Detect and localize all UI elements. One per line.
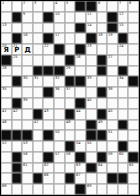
cell-r18c7[interactable]: [65, 184, 76, 195]
cell-r9c2[interactable]: [12, 87, 23, 98]
block-cell-r13c2: [12, 130, 23, 141]
cell-r5c5[interactable]: 22: [43, 44, 54, 55]
cell-r6c6[interactable]: [54, 55, 65, 66]
block-cell-r6c7: [65, 55, 76, 66]
clue-number: 38: [108, 87, 113, 91]
cell-r15c1[interactable]: [1, 152, 12, 163]
cell-r14c10[interactable]: [97, 141, 108, 152]
block-cell-r13c10: [97, 130, 108, 141]
cell-r4c10[interactable]: 18: [97, 33, 108, 44]
cell-r12c13[interactable]: [128, 120, 139, 131]
block-cell-r11c4: [33, 109, 44, 120]
cell-r6c13[interactable]: [128, 55, 139, 66]
cell-r1c4[interactable]: 3: [33, 1, 44, 12]
block-cell-r7c10: [97, 66, 108, 77]
cell-r2c13[interactable]: [128, 12, 139, 23]
block-cell-r17c11: [107, 173, 118, 184]
cell-r10c7[interactable]: [65, 98, 76, 109]
cell-r14c11[interactable]: [107, 141, 118, 152]
clue-number: 25: [13, 55, 18, 59]
cell-r7c13[interactable]: [128, 66, 139, 77]
clue-number: 12: [119, 12, 124, 16]
cell-r16c13[interactable]: 65: [128, 163, 139, 174]
cell-r3c13[interactable]: [128, 23, 139, 34]
cell-r3c2[interactable]: [12, 23, 23, 34]
cell-r7c1[interactable]: 28: [1, 66, 12, 77]
cell-r18c10[interactable]: [97, 184, 108, 195]
cell-r4c3[interactable]: 16: [22, 33, 33, 44]
cell-r4c8[interactable]: [75, 33, 86, 44]
cell-r2c6[interactable]: 10: [54, 12, 65, 23]
block-cell-r2c2: [12, 12, 23, 23]
block-cell-r5c6: [54, 44, 65, 55]
clue-number: 1: [2, 1, 4, 5]
cell-r1c3[interactable]: 2: [22, 1, 33, 12]
block-cell-r3c8: [75, 23, 86, 34]
cell-r1c2[interactable]: [12, 1, 23, 12]
cell-r12c4[interactable]: 47: [33, 120, 44, 131]
clue-number: 62: [44, 163, 49, 167]
clue-number: 48: [66, 120, 71, 124]
block-cell-r11c10: [97, 109, 108, 120]
clue-number: 68: [2, 184, 7, 188]
cell-r4c7[interactable]: [65, 33, 76, 44]
cell-r8c4[interactable]: 31: [33, 76, 44, 87]
cell-r16c6[interactable]: [54, 163, 65, 174]
cell-r17c5[interactable]: 66: [43, 173, 54, 184]
entered-letter: Р: [12, 44, 23, 55]
cell-r9c3[interactable]: [22, 87, 33, 98]
cell-r10c5[interactable]: [43, 98, 54, 109]
block-cell-r1c8: [75, 1, 86, 12]
cell-r8c9[interactable]: 33: [86, 76, 97, 87]
block-cell-r11c7: [65, 109, 76, 120]
clue-number: 29: [66, 66, 71, 70]
clue-number: 63: [76, 163, 81, 167]
cell-r8c10[interactable]: [97, 76, 108, 87]
cell-r15c7[interactable]: 58: [65, 152, 76, 163]
cell-r16c12[interactable]: [118, 163, 129, 174]
clue-number: 16: [23, 33, 28, 37]
cell-r11c8[interactable]: 44: [75, 109, 86, 120]
cell-r5c3[interactable]: Д: [22, 44, 33, 55]
clue-number: 47: [34, 120, 39, 124]
clue-number: 27: [108, 55, 113, 59]
cell-r13c7[interactable]: [65, 130, 76, 141]
block-cell-r17c12: [118, 173, 129, 184]
block-cell-r9c10: [97, 87, 108, 98]
clue-number: 64: [98, 163, 103, 167]
block-cell-r10c2: [12, 98, 23, 109]
clue-number: 32: [55, 76, 60, 80]
clue-number: 23: [87, 44, 92, 48]
cell-r9c11[interactable]: 38: [107, 87, 118, 98]
cell-r17c3[interactable]: [22, 173, 33, 184]
clue-number: 14: [87, 23, 92, 27]
cell-r18c4[interactable]: [33, 184, 44, 195]
cell-r13c4[interactable]: [33, 130, 44, 141]
cell-r12c5[interactable]: [43, 120, 54, 131]
block-cell-r10c8: [75, 98, 86, 109]
cell-r9c7[interactable]: 37: [65, 87, 76, 98]
block-cell-r16c2: [12, 163, 23, 174]
clue-number: 10: [55, 12, 60, 16]
cell-r13c11[interactable]: 51: [107, 130, 118, 141]
cell-r18c9[interactable]: 69: [86, 184, 97, 195]
cell-r7c2[interactable]: [12, 66, 23, 77]
clue-number: 59: [108, 152, 113, 156]
cell-r15c4[interactable]: [33, 152, 44, 163]
cell-r9c4[interactable]: [33, 87, 44, 98]
cell-r18c3[interactable]: [22, 184, 33, 195]
clue-number: 42: [13, 109, 18, 113]
cell-r1c7[interactable]: 5: [65, 1, 76, 12]
clue-number: 31: [34, 76, 39, 80]
block-cell-r14c12: [118, 141, 129, 152]
cell-r15c6[interactable]: 57: [54, 152, 65, 163]
block-cell-r15c13: [128, 152, 139, 163]
clue-number: 35: [2, 87, 7, 91]
cell-r7c7[interactable]: 29: [65, 66, 76, 77]
block-cell-r6c10: [97, 55, 108, 66]
cell-r5c7[interactable]: [65, 44, 76, 55]
cell-r18c5[interactable]: [43, 184, 54, 195]
clue-number: 2: [23, 1, 25, 5]
block-cell-r15c8: [75, 152, 86, 163]
clue-number: 11: [87, 12, 92, 16]
cell-r2c8[interactable]: [75, 12, 86, 23]
cell-r4c11[interactable]: 19: [107, 33, 118, 44]
cell-r2c9[interactable]: 11: [86, 12, 97, 23]
block-cell-r5c8: [75, 44, 86, 55]
cell-r14c13[interactable]: [128, 141, 139, 152]
cell-r16c3[interactable]: 61: [22, 163, 33, 174]
cell-r10c1[interactable]: [1, 98, 12, 109]
cell-r18c12[interactable]: [118, 184, 129, 195]
clue-number: 40: [87, 98, 92, 102]
cell-r18c1[interactable]: 68: [1, 184, 12, 195]
cell-r1c1[interactable]: 1: [1, 1, 12, 12]
clue-number: 46: [2, 120, 7, 124]
clue-number: 69: [87, 184, 92, 188]
cell-r4c13[interactable]: [128, 33, 139, 44]
clue-number: 3: [34, 1, 36, 5]
cell-r14c8[interactable]: 54: [75, 141, 86, 152]
clue-number: 26: [76, 55, 81, 59]
block-cell-r7c5: [43, 66, 54, 77]
clue-number: 60: [119, 152, 124, 156]
cell-r14c6[interactable]: [54, 141, 65, 152]
clue-number: 54: [76, 141, 81, 145]
cell-r2c1[interactable]: [1, 12, 12, 23]
block-cell-r17c4: [33, 173, 44, 184]
cell-r9c9[interactable]: [86, 87, 97, 98]
cell-r12c2[interactable]: [12, 120, 23, 131]
cell-r8c12[interactable]: 34: [118, 76, 129, 87]
clue-number: 56: [23, 152, 28, 156]
cell-r18c11[interactable]: [107, 184, 118, 195]
clue-number: 8: [129, 1, 131, 5]
clue-number: 65: [129, 163, 134, 167]
cell-r11c13[interactable]: [128, 109, 139, 120]
cell-r11c5[interactable]: 43: [43, 109, 54, 120]
cell-r16c7[interactable]: [65, 163, 76, 174]
cell-r10c11[interactable]: [107, 98, 118, 109]
cell-r2c10[interactable]: [97, 12, 108, 23]
cell-r3c7[interactable]: [65, 23, 76, 34]
cell-r1c12[interactable]: 7: [118, 1, 129, 12]
cell-r12c8[interactable]: [75, 120, 86, 131]
block-cell-r15c5: [43, 152, 54, 163]
block-cell-r8c13: [128, 76, 139, 87]
clue-number: 51: [108, 130, 113, 134]
cell-r18c2[interactable]: [12, 184, 23, 195]
cell-r7c8[interactable]: [75, 66, 86, 77]
block-cell-r16c9: [86, 163, 97, 174]
cell-r7c11[interactable]: [107, 66, 118, 77]
cell-r14c9[interactable]: 55: [86, 141, 97, 152]
block-cell-r18c8: [75, 184, 86, 195]
cell-r15c3[interactable]: 56: [22, 152, 33, 163]
cell-r12c10[interactable]: 49: [97, 120, 108, 131]
block-cell-r2c11: [107, 12, 118, 23]
cell-r11c12[interactable]: [118, 109, 129, 120]
cell-r2c7[interactable]: [65, 12, 76, 23]
clue-number: 45: [108, 109, 113, 113]
clue-number: 6: [98, 1, 100, 5]
cell-r15c11[interactable]: 59: [107, 152, 118, 163]
clue-number: 19: [108, 33, 113, 37]
cell-r6c3[interactable]: [22, 55, 33, 66]
clue-number: 4: [55, 1, 57, 5]
clue-number: 30: [23, 76, 28, 80]
block-cell-r15c2: [12, 152, 23, 163]
cell-r13c6[interactable]: 50: [54, 130, 65, 141]
cell-r2c12[interactable]: 12: [118, 12, 129, 23]
cell-r4c6[interactable]: 17: [54, 33, 65, 44]
cell-r1c13[interactable]: 8: [128, 1, 139, 12]
cell-r17c10[interactable]: [97, 173, 108, 184]
clue-number: 58: [66, 152, 71, 156]
clue-number: 43: [44, 109, 49, 113]
cell-r6c5[interactable]: [43, 55, 54, 66]
cell-r6c4[interactable]: [33, 55, 44, 66]
cell-r17c8[interactable]: 67: [75, 173, 86, 184]
block-cell-r12c9: [86, 120, 97, 131]
clue-number: 5: [66, 1, 68, 5]
cell-r3c9[interactable]: 14: [86, 23, 97, 34]
block-cell-r6c1: [1, 55, 12, 66]
cell-r2c3[interactable]: 9: [22, 12, 33, 23]
cell-r16c1[interactable]: [1, 163, 12, 174]
cell-r6c9[interactable]: [86, 55, 97, 66]
cell-r5c2[interactable]: 21Р: [12, 44, 23, 55]
cell-r14c2[interactable]: [12, 141, 23, 152]
block-cell-r8c2: [12, 76, 23, 87]
cell-r14c1[interactable]: 52: [1, 141, 12, 152]
cell-r15c9[interactable]: [86, 152, 97, 163]
cell-r10c10[interactable]: [97, 98, 108, 109]
clue-number: 17: [55, 33, 60, 37]
clue-number: 61: [23, 163, 28, 167]
cell-r3c4[interactable]: [33, 23, 44, 34]
cell-r12c1[interactable]: 46: [1, 120, 12, 131]
cell-r16c10[interactable]: 64: [97, 163, 108, 174]
cell-r5c13[interactable]: [128, 44, 139, 55]
clue-number: 33: [87, 76, 92, 80]
cell-r5c11[interactable]: [107, 44, 118, 55]
clue-number: 28: [2, 66, 7, 70]
cell-r1c11[interactable]: [107, 1, 118, 12]
clue-number: 24: [119, 44, 124, 48]
block-cell-r17c2: [12, 173, 23, 184]
cell-r12c7[interactable]: 48: [65, 120, 76, 131]
clue-number: 9: [23, 12, 25, 16]
cell-r11c9[interactable]: [86, 109, 97, 120]
cell-r10c9[interactable]: 40: [86, 98, 97, 109]
cell-r5c10[interactable]: [97, 44, 108, 55]
clue-number: 53: [23, 141, 28, 145]
cell-r10c3[interactable]: 39: [22, 98, 33, 109]
entered-letter: Д: [22, 44, 33, 55]
cell-r14c4[interactable]: [33, 141, 44, 152]
cell-r6c11[interactable]: 27: [107, 55, 118, 66]
cell-r15c12[interactable]: 60: [118, 152, 129, 163]
cell-r5c1[interactable]: 20Я: [1, 44, 12, 55]
clue-number: 36: [55, 87, 60, 91]
clue-number: 41: [2, 109, 7, 113]
block-cell-r13c5: [43, 130, 54, 141]
cell-r5c4[interactable]: [33, 44, 44, 55]
cell-r18c13[interactable]: [128, 184, 139, 195]
cell-r13c13[interactable]: [128, 130, 139, 141]
cell-r18c6[interactable]: [54, 184, 65, 195]
block-cell-r14c7: [65, 141, 76, 152]
cell-r6c2[interactable]: 25: [12, 55, 23, 66]
cell-r1c6[interactable]: 4: [54, 1, 65, 12]
cell-r2c4[interactable]: [33, 12, 44, 23]
cell-r3c12[interactable]: 15: [118, 23, 129, 34]
clue-number: 50: [55, 130, 60, 134]
clue-number: 37: [66, 87, 71, 91]
cell-r14c3[interactable]: 53: [22, 141, 33, 152]
cell-r11c1[interactable]: 41: [1, 109, 12, 120]
cell-r6c8[interactable]: 26: [75, 55, 86, 66]
block-cell-r8c8: [75, 76, 86, 87]
cell-r1c10[interactable]: 6: [97, 1, 108, 12]
cell-r11c2[interactable]: 42: [12, 109, 23, 120]
clue-number: 57: [55, 152, 60, 156]
cell-r3c5[interactable]: [43, 23, 54, 34]
clue-number: 22: [44, 44, 49, 48]
cell-r8c5[interactable]: [43, 76, 54, 87]
clue-number: 44: [76, 109, 81, 113]
cell-r9c12[interactable]: [118, 87, 129, 98]
cell-r10c4[interactable]: [33, 98, 44, 109]
cell-r1c5[interactable]: [43, 1, 54, 12]
clue-number: 49: [98, 120, 103, 124]
cell-r10c6[interactable]: [54, 98, 65, 109]
clue-number: 52: [2, 141, 7, 145]
clue-number: 13: [2, 23, 7, 27]
cell-r11c11[interactable]: 45: [107, 109, 118, 120]
entered-letter: Я: [1, 44, 12, 55]
cell-r5c9[interactable]: 23: [86, 44, 97, 55]
clue-number: 66: [44, 173, 49, 177]
cell-r3c1[interactable]: 13: [1, 23, 12, 34]
cell-r9c1[interactable]: 35: [1, 87, 12, 98]
cell-r6c12[interactable]: [118, 55, 129, 66]
cell-r13c12[interactable]: [118, 130, 129, 141]
block-cell-r15c10: [97, 152, 108, 163]
cell-r12c3[interactable]: [22, 120, 33, 131]
cell-r16c11[interactable]: [107, 163, 118, 174]
cell-r11c6[interactable]: [54, 109, 65, 120]
cell-r8c3[interactable]: 30: [22, 76, 33, 87]
cell-r5c12[interactable]: 24: [118, 44, 129, 55]
cell-r14c5[interactable]: [43, 141, 54, 152]
cell-r16c4[interactable]: [33, 163, 44, 174]
block-cell-r1c9: [86, 1, 97, 12]
clue-number: 55: [87, 141, 92, 145]
cell-r4c4[interactable]: [33, 33, 44, 44]
block-cell-r2c5: [43, 12, 54, 23]
clue-number: 67: [76, 173, 81, 177]
crossword-grid: 1234567891011121314151617181920Я21РД2223…: [0, 0, 140, 196]
block-cell-r9c5: [43, 87, 54, 98]
cell-r17c13[interactable]: [128, 173, 139, 184]
cell-r11c3[interactable]: [22, 109, 33, 120]
clue-number: 15: [119, 23, 124, 27]
cell-r9c13[interactable]: [128, 87, 139, 98]
clue-number: 18: [98, 33, 103, 37]
clue-number: 39: [23, 98, 28, 102]
clue-number: 7: [119, 1, 121, 5]
cell-r10c12[interactable]: [118, 98, 129, 109]
cell-r9c6[interactable]: 36: [54, 87, 65, 98]
clue-number: 34: [119, 76, 124, 80]
block-cell-r12c12: [118, 120, 129, 131]
block-cell-r17c7: [65, 173, 76, 184]
cell-r9c8[interactable]: [75, 87, 86, 98]
cell-r10c13[interactable]: [128, 98, 139, 109]
cell-r17c6[interactable]: [54, 173, 65, 184]
